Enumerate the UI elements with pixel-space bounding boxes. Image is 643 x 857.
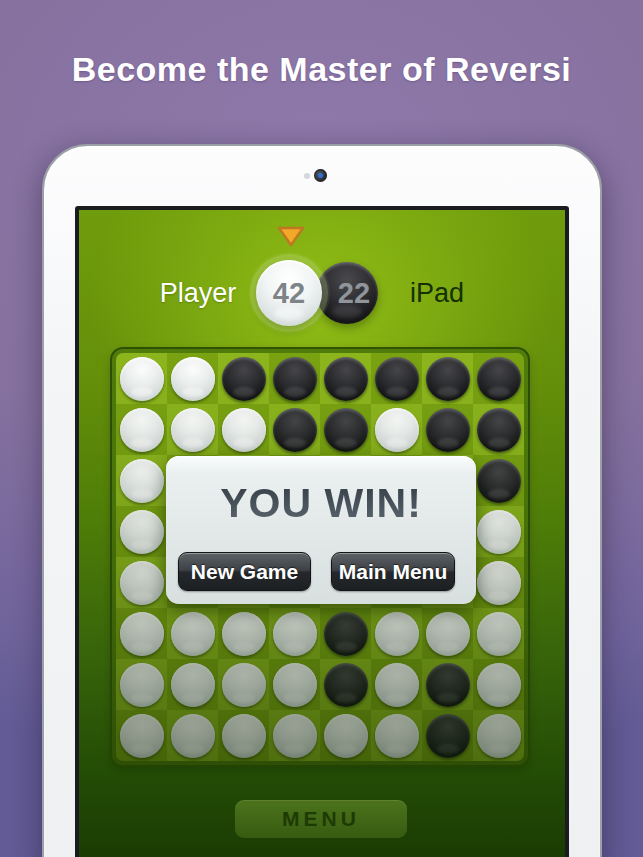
black-disc (477, 408, 521, 452)
black-disc (324, 663, 368, 707)
cell-f7[interactable] (371, 659, 422, 710)
black-disc (324, 612, 368, 656)
cell-b6[interactable] (167, 608, 218, 659)
cell-d7[interactable] (269, 659, 320, 710)
cell-d8[interactable] (269, 710, 320, 761)
front-camera-icon (314, 169, 327, 182)
cell-e2[interactable] (320, 404, 371, 455)
cell-f6[interactable] (371, 608, 422, 659)
cell-h8[interactable] (473, 710, 524, 761)
cell-d2[interactable] (269, 404, 320, 455)
player-label: Player (123, 280, 273, 307)
new-game-button-label: New Game (191, 560, 298, 584)
cell-g2[interactable] (422, 404, 473, 455)
page-title: Become the Master of Reversi (0, 50, 643, 89)
white-disc (375, 663, 419, 707)
white-disc (171, 357, 215, 401)
cell-c7[interactable] (218, 659, 269, 710)
black-disc (324, 357, 368, 401)
white-disc (120, 459, 164, 503)
cell-h1[interactable] (473, 353, 524, 404)
white-disc (477, 663, 521, 707)
cell-f2[interactable] (371, 404, 422, 455)
win-dialog-title: YOU WIN! (166, 480, 476, 527)
cell-c8[interactable] (218, 710, 269, 761)
cell-e6[interactable] (320, 608, 371, 659)
white-disc (171, 663, 215, 707)
white-disc (222, 612, 266, 656)
white-disc (120, 510, 164, 554)
cell-h2[interactable] (473, 404, 524, 455)
cell-h6[interactable] (473, 608, 524, 659)
cell-b7[interactable] (167, 659, 218, 710)
white-disc (273, 612, 317, 656)
cell-f1[interactable] (371, 353, 422, 404)
ipad-score: 22 (338, 277, 370, 310)
win-dialog: YOU WIN! New Game Main Menu (166, 456, 476, 604)
cell-a6[interactable] (116, 608, 167, 659)
cell-b2[interactable] (167, 404, 218, 455)
white-disc (375, 714, 419, 758)
white-disc (222, 663, 266, 707)
game-screen: Player 22 42 iPad YOU WIN! New Game Main… (75, 206, 569, 857)
main-menu-button[interactable]: Main Menu (331, 552, 455, 591)
black-disc (324, 408, 368, 452)
black-disc (426, 357, 470, 401)
cell-a7[interactable] (116, 659, 167, 710)
black-disc (426, 714, 470, 758)
white-disc (120, 408, 164, 452)
cell-a3[interactable] (116, 455, 167, 506)
white-disc (171, 612, 215, 656)
cell-e7[interactable] (320, 659, 371, 710)
cell-g7[interactable] (422, 659, 473, 710)
page-background: { "game": "Reversi (Othello), 8x8 — iPad… (0, 0, 643, 857)
white-disc (477, 612, 521, 656)
cell-f8[interactable] (371, 710, 422, 761)
cell-h4[interactable] (473, 506, 524, 557)
cell-b8[interactable] (167, 710, 218, 761)
white-disc (324, 714, 368, 758)
white-disc (273, 663, 317, 707)
menu-button[interactable]: MENU (235, 800, 407, 838)
cell-e1[interactable] (320, 353, 371, 404)
black-disc (273, 357, 317, 401)
black-disc (477, 459, 521, 503)
black-disc (426, 663, 470, 707)
white-disc (120, 612, 164, 656)
white-disc (375, 612, 419, 656)
cell-c1[interactable] (218, 353, 269, 404)
black-disc (426, 408, 470, 452)
white-disc (477, 714, 521, 758)
cell-c6[interactable] (218, 608, 269, 659)
cell-h3[interactable] (473, 455, 524, 506)
cell-d6[interactable] (269, 608, 320, 659)
turn-indicator-icon (276, 225, 306, 252)
black-disc (477, 357, 521, 401)
cell-g1[interactable] (422, 353, 473, 404)
ipad-label: iPad (362, 280, 512, 307)
cell-h5[interactable] (473, 557, 524, 608)
cell-g6[interactable] (422, 608, 473, 659)
ambient-sensor-icon (304, 173, 310, 179)
cell-a5[interactable] (116, 557, 167, 608)
white-disc (222, 408, 266, 452)
ipad-frame: Player 22 42 iPad YOU WIN! New Game Main… (42, 144, 602, 857)
ipad-score-disc: 22 (316, 262, 378, 324)
cell-h7[interactable] (473, 659, 524, 710)
cell-b1[interactable] (167, 353, 218, 404)
player-score-disc: 42 (256, 260, 322, 326)
black-disc (222, 357, 266, 401)
menu-button-label: MENU (282, 807, 360, 831)
black-disc (375, 357, 419, 401)
cell-d1[interactable] (269, 353, 320, 404)
white-disc (375, 408, 419, 452)
main-menu-button-label: Main Menu (339, 560, 448, 584)
white-disc (120, 663, 164, 707)
cell-a8[interactable] (116, 710, 167, 761)
cell-a1[interactable] (116, 353, 167, 404)
black-disc (273, 408, 317, 452)
new-game-button[interactable]: New Game (178, 552, 311, 591)
white-disc (426, 612, 470, 656)
cell-c2[interactable] (218, 404, 269, 455)
cell-a4[interactable] (116, 506, 167, 557)
white-disc (171, 408, 215, 452)
cell-a2[interactable] (116, 404, 167, 455)
cell-e8[interactable] (320, 710, 371, 761)
white-disc (222, 714, 266, 758)
white-disc (273, 714, 317, 758)
white-disc (477, 510, 521, 554)
white-disc (120, 714, 164, 758)
white-disc (120, 561, 164, 605)
cell-g8[interactable] (422, 710, 473, 761)
player-score: 42 (273, 277, 305, 310)
white-disc (477, 561, 521, 605)
white-disc (171, 714, 215, 758)
white-disc (120, 357, 164, 401)
